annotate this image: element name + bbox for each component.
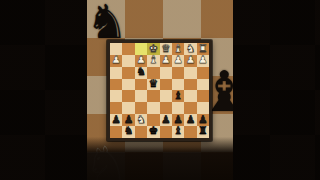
piece-white-pawn: ♟ — [111, 55, 121, 66]
vertical-video-strip: ♞ ♝ ♘ ♚♛♝♞♜♟♟♝♟♟♟♟♞♛♝♟♟♞♟♟♟♟♞♚♝♜ — [87, 0, 233, 180]
square-a4[interactable] — [197, 79, 209, 91]
square-d5[interactable] — [160, 90, 172, 102]
square-e6[interactable] — [147, 102, 159, 114]
piece-black-knight: ♞ — [124, 126, 134, 137]
piece-black-queen: ♛ — [149, 79, 159, 90]
piece-white-pawn: ♟ — [173, 55, 183, 66]
square-h8[interactable] — [110, 126, 122, 138]
square-d8[interactable] — [160, 126, 172, 138]
board-frame: ♚♛♝♞♜♟♟♝♟♟♟♟♞♛♝♟♟♞♟♟♟♟♞♚♝♜ — [107, 40, 212, 141]
piece-black-bishop: ♝ — [173, 90, 183, 101]
square-h5[interactable] — [110, 90, 122, 102]
square-e8[interactable]: ♚ — [147, 126, 159, 138]
square-b2[interactable]: ♟ — [184, 55, 196, 67]
piece-white-pawn: ♟ — [186, 55, 196, 66]
piece-black-pawn: ♟ — [186, 114, 196, 125]
square-g4[interactable] — [122, 79, 134, 91]
square-h7[interactable]: ♟ — [110, 114, 122, 126]
square-g3[interactable] — [122, 67, 134, 79]
square-b5[interactable] — [184, 90, 196, 102]
square-a2[interactable]: ♟ — [197, 55, 209, 67]
square-f5[interactable] — [135, 90, 147, 102]
piece-black-knight: ♞ — [136, 67, 146, 78]
square-d4[interactable] — [160, 79, 172, 91]
square-g8[interactable]: ♞ — [122, 126, 134, 138]
square-h2[interactable]: ♟ — [110, 55, 122, 67]
square-c5[interactable]: ♝ — [172, 90, 184, 102]
square-e5[interactable] — [147, 90, 159, 102]
square-a8[interactable]: ♜ — [197, 126, 209, 138]
square-g5[interactable] — [122, 90, 134, 102]
square-a5[interactable] — [197, 90, 209, 102]
bg-white-knight-icon: ♘ — [87, 140, 129, 180]
square-f8[interactable] — [135, 126, 147, 138]
bg-black-knight-icon: ♞ — [87, 0, 128, 45]
square-a3[interactable] — [197, 67, 209, 79]
square-f4[interactable] — [135, 79, 147, 91]
square-d3[interactable] — [160, 67, 172, 79]
square-g2[interactable] — [122, 55, 134, 67]
square-h4[interactable] — [110, 79, 122, 91]
square-f7[interactable]: ♞ — [135, 114, 147, 126]
piece-white-knight: ♞ — [136, 114, 146, 125]
chess-board: ♚♛♝♞♜♟♟♝♟♟♟♟♞♛♝♟♟♞♟♟♟♟♞♚♝♜ — [110, 43, 209, 138]
square-e2[interactable]: ♝ — [147, 55, 159, 67]
square-b3[interactable] — [184, 67, 196, 79]
square-f3[interactable]: ♞ — [135, 67, 147, 79]
square-h3[interactable] — [110, 67, 122, 79]
square-b7[interactable]: ♟ — [184, 114, 196, 126]
piece-black-bishop: ♝ — [173, 126, 183, 137]
piece-black-pawn: ♟ — [111, 114, 121, 125]
piece-white-bishop: ♝ — [149, 55, 159, 66]
piece-white-pawn: ♟ — [198, 55, 208, 66]
video-frame: ♞ ♝ ♘ ♚♛♝♞♜♟♟♝♟♟♟♟♞♛♝♟♟♞♟♟♟♟♞♚♝♜ — [0, 0, 320, 180]
square-d2[interactable]: ♟ — [160, 55, 172, 67]
piece-black-pawn: ♟ — [161, 114, 171, 125]
piece-black-rook: ♜ — [198, 126, 208, 137]
piece-black-king: ♚ — [149, 126, 159, 137]
piece-white-pawn: ♟ — [161, 55, 171, 66]
square-c3[interactable] — [172, 67, 184, 79]
square-c2[interactable]: ♟ — [172, 55, 184, 67]
square-d7[interactable]: ♟ — [160, 114, 172, 126]
square-b4[interactable] — [184, 79, 196, 91]
square-b8[interactable] — [184, 126, 196, 138]
square-e4[interactable]: ♛ — [147, 79, 159, 91]
square-c8[interactable]: ♝ — [172, 126, 184, 138]
square-g1[interactable] — [122, 43, 134, 55]
